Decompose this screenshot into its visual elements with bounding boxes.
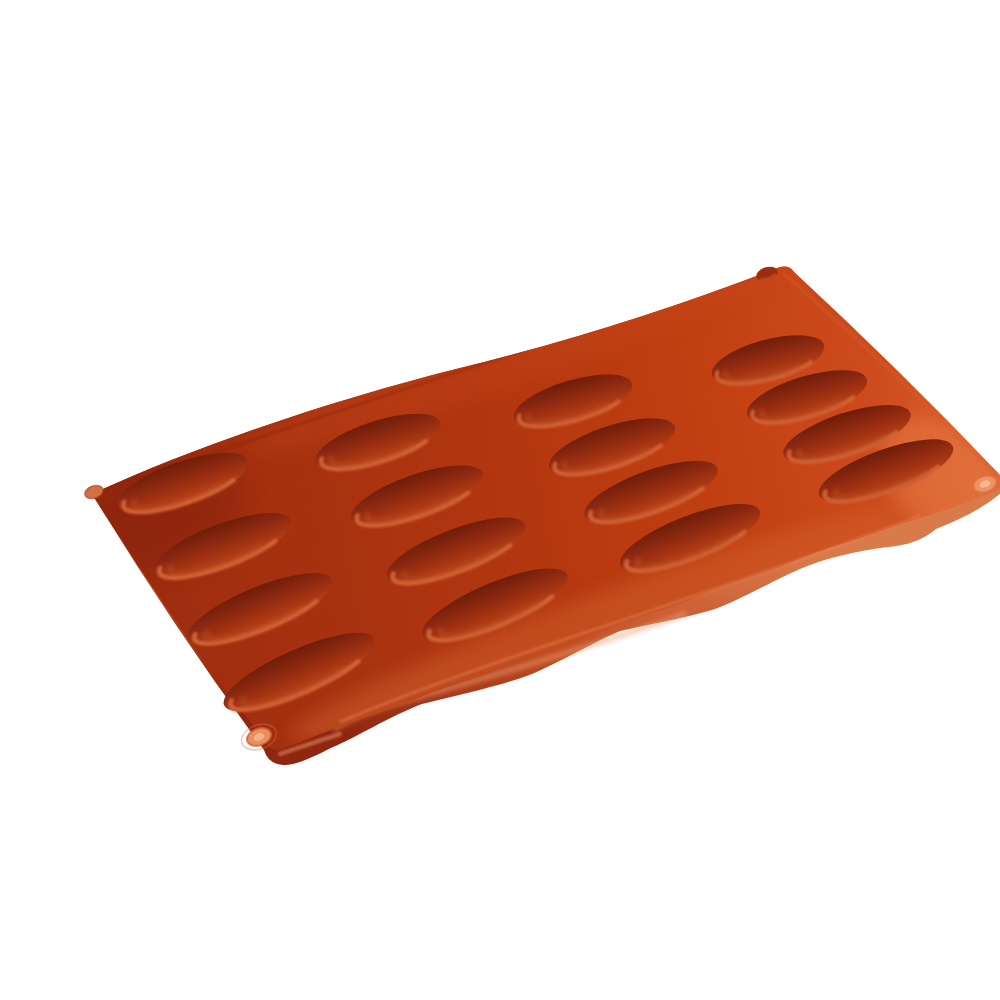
product-photo: Glossy terracotta-red flexible silicone … (40, 16, 1000, 1000)
silicone-mold-image: Terracotta-red silicone baking mould wit… (40, 16, 1000, 1000)
